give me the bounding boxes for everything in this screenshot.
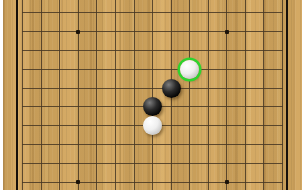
grid-line-horizontal-11	[22, 163, 283, 164]
stone-black-j9	[162, 79, 181, 98]
star-point-c12-r12	[225, 180, 229, 184]
grid-line-vertical-6	[115, 0, 116, 190]
grid-line-vertical-8	[152, 0, 153, 190]
grid-line-horizontal-12	[22, 182, 283, 183]
stone-white-h7	[143, 116, 162, 135]
star-point-c4-r12	[76, 180, 80, 184]
grid-line-vertical-14	[263, 0, 264, 190]
grid-line-horizontal-3	[22, 12, 283, 13]
grid-line-vertical-5	[96, 0, 97, 190]
grid-line-horizontal-4	[22, 31, 283, 32]
grid-line-vertical-4	[78, 0, 79, 190]
grid-line-horizontal-6	[22, 69, 283, 70]
grid-line-horizontal-10	[22, 144, 283, 145]
grid-line-horizontal-7	[22, 88, 283, 89]
grid-line-vertical-2	[41, 0, 42, 190]
grid-line-vertical-1	[22, 0, 23, 190]
grid-line-vertical-7	[134, 0, 135, 190]
grid-line-vertical-12	[226, 0, 227, 190]
grid-line-vertical-13	[245, 0, 246, 190]
grid-line-vertical-15	[282, 0, 283, 190]
stone-black-h8	[143, 97, 162, 116]
page-background: { "game": "go", "view": { "description":…	[0, 0, 304, 190]
grid-line-vertical-10	[189, 0, 190, 190]
grid-line-vertical-3	[59, 0, 60, 190]
star-point-c12-r4	[225, 30, 229, 34]
star-point-c4-r4	[76, 30, 80, 34]
stone-white-k10-last-move-green-ring	[180, 60, 199, 79]
grid-line-horizontal-5	[22, 50, 283, 51]
go-board[interactable]	[0, 0, 304, 190]
board-frame-left-line	[16, 0, 18, 190]
grid-line-vertical-11	[208, 0, 209, 190]
board-frame-right-line	[286, 0, 288, 190]
